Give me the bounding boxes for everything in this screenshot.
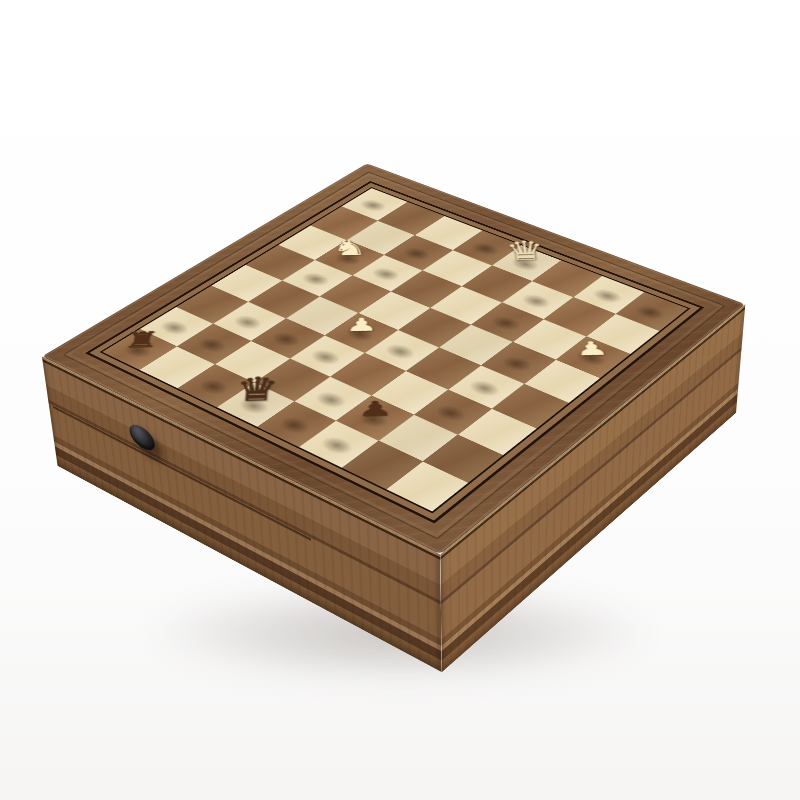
piece-black-king[interactable]: ♚ xyxy=(271,312,320,429)
piece-white-pawn[interactable]: ♟ xyxy=(300,223,332,282)
piece-black-knight[interactable]: ♞ xyxy=(316,361,359,449)
piece-black-bishop[interactable]: ♝ xyxy=(195,302,235,390)
piece-black-pawn[interactable]: ♟ xyxy=(159,269,193,331)
piece-white-pawn[interactable]: ♟ xyxy=(500,303,535,367)
piece-black-pawn[interactable]: ♟ xyxy=(358,398,392,419)
piece-white-bishop[interactable]: ♝ xyxy=(400,177,436,257)
chess-set-scene: ♜♚♛♞♜♝♝♞♟♟♟♟♟♟♟♟♞♟♟♜♟♟♟♟♜♝♛♚♞ xyxy=(0,0,800,800)
piece-white-knight[interactable]: ♞ xyxy=(589,220,628,299)
piece-white-knight[interactable]: ♞ xyxy=(332,237,368,259)
piece-black-pawn[interactable]: ♟ xyxy=(384,292,418,355)
piece-white-bishop[interactable]: ♝ xyxy=(518,221,555,304)
chess-box: ♜♚♛♞♜♝♝♞♟♟♟♟♟♟♟♟♞♟♟♜♟♟♟♟♜♝♛♚♞ xyxy=(42,163,745,554)
piece-black-rook[interactable]: ♜ xyxy=(121,328,161,351)
piece-white-rook[interactable]: ♜ xyxy=(632,243,669,315)
chess-set-product-photo: ♜♚♛♞♜♝♝♞♟♟♟♟♟♟♟♟♞♟♟♜♟♟♟♟♜♝♛♚♞ xyxy=(0,0,800,800)
piece-white-rook[interactable]: ♜ xyxy=(357,143,391,209)
piece-white-pawn[interactable]: ♟ xyxy=(345,315,377,334)
piece-white-pawn[interactable]: ♟ xyxy=(371,218,403,277)
camera-tilt-wrapper: ♜♚♛♞♜♝♝♞♟♟♟♟♟♟♟♟♞♟♟♜♟♟♟♟♜♝♛♚♞ xyxy=(0,0,800,800)
piece-black-rook[interactable]: ♜ xyxy=(432,339,472,417)
piece-black-knight[interactable]: ♞ xyxy=(229,246,268,326)
drawer-knob-icon[interactable] xyxy=(128,420,155,455)
piece-white-king[interactable]: ♚ xyxy=(464,150,507,252)
piece-black-pawn[interactable]: ♟ xyxy=(468,327,503,392)
